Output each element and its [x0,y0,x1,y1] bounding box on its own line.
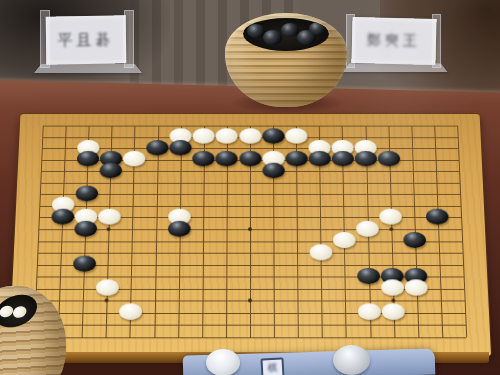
clock-button-right [333,345,370,375]
grid-line-h [34,325,465,326]
bowl-opening [243,16,329,51]
stone-black [285,151,307,166]
nameplate-left-base [34,64,142,73]
clock-seal-text: 棋 [267,361,278,375]
nameplate-right-base [342,63,447,72]
grid-line-h [38,241,462,242]
stone-black [332,151,354,166]
stone-white [333,232,356,248]
stone-white [285,128,307,143]
nameplate-right-text: 鄭奭王 [367,31,421,50]
stone-black [169,140,191,155]
nameplate-left-text: 平且碁 [57,30,114,50]
stone-black [262,162,284,178]
stone-white [356,220,379,236]
go-board [9,114,491,356]
stone-black [51,209,74,225]
stone-black [74,220,97,236]
grid-line-h [37,265,463,266]
star-point [248,227,252,231]
stone-black [239,151,261,166]
stone-white [309,244,332,260]
stone-white [98,209,121,225]
nameplate-right: 鄭奭王 [351,17,436,65]
stone-in-bowl [263,30,282,45]
stone-in-basket [11,304,28,320]
stone-in-bowl [309,22,326,35]
star-point [391,299,395,303]
stone-white [379,209,402,225]
stone-white [239,128,261,143]
stone-black [168,220,191,236]
grid-line-h [34,337,466,338]
star-point [389,227,393,231]
stone-black [357,268,380,284]
grid-line-h [37,253,462,254]
stone-black [75,185,98,201]
stone-black [308,151,330,166]
clock-seal: 棋 [260,357,284,375]
stone-black [146,140,168,155]
stone-black [262,128,284,143]
museum-go-display-photo: 平且碁 鄭奭王 棋 [0,0,500,375]
clock-button-left [206,349,240,375]
nameplate-left: 平且碁 [46,15,127,64]
stone-black [99,162,122,178]
